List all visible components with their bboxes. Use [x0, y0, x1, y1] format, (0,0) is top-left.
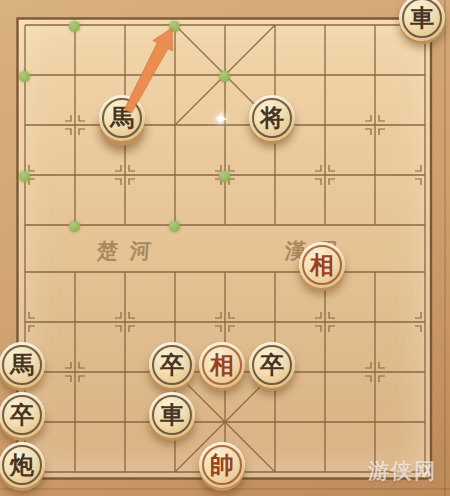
piece-label: 車 — [410, 6, 434, 30]
piece-red-general[interactable]: 帥 — [199, 442, 245, 488]
piece-label: 卒 — [260, 353, 284, 377]
piece-black-soldier[interactable]: 卒 — [0, 392, 45, 438]
piece-red-elephant[interactable]: 相 — [199, 342, 245, 388]
piece-black-chariot[interactable]: 車 — [399, 0, 445, 41]
piece-label: 炮 — [10, 453, 34, 477]
watermark: 游侠网 — [368, 457, 437, 485]
piece-label: 卒 — [10, 403, 34, 427]
piece-label: 卒 — [160, 353, 184, 377]
piece-label: 車 — [160, 403, 184, 427]
sparkle-effect: ✦ — [212, 107, 230, 130]
piece-black-chariot[interactable]: 車 — [149, 392, 195, 438]
piece-black-horse[interactable]: 馬 — [0, 342, 45, 388]
piece-black-cannon[interactable]: 炮 — [0, 442, 45, 488]
piece-red-elephant[interactable]: 相 — [299, 242, 345, 288]
piece-label: 相 — [310, 253, 334, 277]
piece-label: 相 — [210, 353, 234, 377]
piece-black-general[interactable]: 将 — [249, 95, 295, 141]
piece-black-soldier[interactable]: 卒 — [149, 342, 195, 388]
move-hint-dot[interactable] — [69, 21, 80, 32]
move-hint-dot[interactable] — [19, 171, 30, 182]
piece-label: 将 — [260, 106, 284, 130]
piece-black-horse[interactable]: 馬 — [99, 95, 145, 141]
move-hint-dot[interactable] — [169, 221, 180, 232]
move-hint-dot[interactable] — [219, 71, 230, 82]
xiangqi-board[interactable]: 楚河 漢界 車馬将相馬卒相卒卒車炮帥 ✦ 游侠网 — [0, 0, 450, 496]
move-hint-dot[interactable] — [169, 21, 180, 32]
piece-black-soldier[interactable]: 卒 — [249, 342, 295, 388]
board-grid: 車馬将相馬卒相卒卒車炮帥 — [0, 0, 450, 494]
piece-label: 馬 — [10, 353, 34, 377]
move-hint-dot[interactable] — [219, 171, 230, 182]
piece-label: 帥 — [210, 453, 234, 477]
move-hint-dot[interactable] — [69, 221, 80, 232]
piece-label: 馬 — [110, 106, 134, 130]
move-hint-dot[interactable] — [19, 71, 30, 82]
